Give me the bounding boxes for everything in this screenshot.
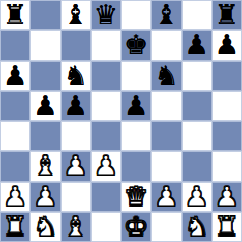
square-c8[interactable]: ♝ bbox=[61, 0, 91, 30]
piece-white-pawn: ♟ bbox=[94, 151, 118, 181]
square-d4[interactable] bbox=[91, 121, 121, 151]
square-e3[interactable] bbox=[121, 151, 151, 181]
piece-white-knight: ♞ bbox=[185, 212, 209, 242]
square-e8[interactable] bbox=[121, 0, 151, 30]
square-g3[interactable] bbox=[182, 151, 212, 181]
piece-black-bishop: ♝ bbox=[64, 0, 88, 30]
square-d8[interactable]: ♛ bbox=[91, 0, 121, 30]
piece-white-pawn: ♟ bbox=[154, 182, 178, 212]
square-g1[interactable]: ♞ bbox=[182, 212, 212, 242]
square-e5[interactable]: ♟ bbox=[121, 91, 151, 121]
square-f6[interactable]: ♞ bbox=[151, 61, 181, 91]
square-f8[interactable]: ♝ bbox=[151, 0, 181, 30]
piece-white-rook: ♜ bbox=[3, 212, 27, 242]
square-e2[interactable]: ♛ bbox=[121, 182, 151, 212]
piece-black-pawn: ♟ bbox=[124, 91, 148, 121]
piece-black-pawn: ♟ bbox=[3, 61, 27, 91]
square-a4[interactable] bbox=[0, 121, 30, 151]
square-h8[interactable]: ♜ bbox=[212, 0, 242, 30]
square-a1[interactable]: ♜ bbox=[0, 212, 30, 242]
square-f3[interactable] bbox=[151, 151, 181, 181]
square-h2[interactable]: ♟ bbox=[212, 182, 242, 212]
square-h3[interactable] bbox=[212, 151, 242, 181]
piece-white-queen: ♛ bbox=[124, 182, 148, 212]
piece-white-pawn: ♟ bbox=[3, 182, 27, 212]
square-a3[interactable] bbox=[0, 151, 30, 181]
square-c2[interactable] bbox=[61, 182, 91, 212]
piece-white-pawn: ♟ bbox=[33, 182, 57, 212]
square-d2[interactable] bbox=[91, 182, 121, 212]
square-c5[interactable]: ♟ bbox=[61, 91, 91, 121]
square-f2[interactable]: ♟ bbox=[151, 182, 181, 212]
square-h6[interactable] bbox=[212, 61, 242, 91]
square-b4[interactable] bbox=[30, 121, 60, 151]
square-c7[interactable] bbox=[61, 30, 91, 60]
piece-black-bishop: ♝ bbox=[154, 0, 178, 30]
square-c6[interactable]: ♞ bbox=[61, 61, 91, 91]
square-d5[interactable] bbox=[91, 91, 121, 121]
piece-white-pawn: ♟ bbox=[185, 182, 209, 212]
square-a6[interactable]: ♟ bbox=[0, 61, 30, 91]
square-b6[interactable] bbox=[30, 61, 60, 91]
square-e7[interactable]: ♚ bbox=[121, 30, 151, 60]
square-h5[interactable] bbox=[212, 91, 242, 121]
piece-black-rook: ♜ bbox=[215, 0, 239, 30]
piece-white-pawn: ♟ bbox=[215, 182, 239, 212]
piece-white-rook: ♜ bbox=[215, 212, 239, 242]
piece-white-pawn: ♟ bbox=[64, 151, 88, 181]
piece-black-pawn: ♟ bbox=[33, 91, 57, 121]
square-g8[interactable] bbox=[182, 0, 212, 30]
square-b3[interactable]: ♝ bbox=[30, 151, 60, 181]
square-a2[interactable]: ♟ bbox=[0, 182, 30, 212]
square-e6[interactable] bbox=[121, 61, 151, 91]
square-d6[interactable] bbox=[91, 61, 121, 91]
piece-black-king: ♚ bbox=[124, 30, 148, 60]
piece-white-knight: ♞ bbox=[33, 212, 57, 242]
square-a7[interactable] bbox=[0, 30, 30, 60]
square-h7[interactable]: ♟ bbox=[212, 30, 242, 60]
square-g4[interactable] bbox=[182, 121, 212, 151]
square-h1[interactable]: ♜ bbox=[212, 212, 242, 242]
piece-white-bishop: ♝ bbox=[64, 212, 88, 242]
square-b5[interactable]: ♟ bbox=[30, 91, 60, 121]
square-c3[interactable]: ♟ bbox=[61, 151, 91, 181]
square-g5[interactable] bbox=[182, 91, 212, 121]
square-d7[interactable] bbox=[91, 30, 121, 60]
square-f5[interactable] bbox=[151, 91, 181, 121]
square-d3[interactable]: ♟ bbox=[91, 151, 121, 181]
piece-black-pawn: ♟ bbox=[215, 30, 239, 60]
square-a5[interactable] bbox=[0, 91, 30, 121]
square-e1[interactable]: ♚ bbox=[121, 212, 151, 242]
square-c4[interactable] bbox=[61, 121, 91, 151]
square-g2[interactable]: ♟ bbox=[182, 182, 212, 212]
square-b2[interactable]: ♟ bbox=[30, 182, 60, 212]
square-c1[interactable]: ♝ bbox=[61, 212, 91, 242]
piece-white-king: ♚ bbox=[124, 212, 148, 242]
piece-black-pawn: ♟ bbox=[64, 91, 88, 121]
piece-black-knight: ♞ bbox=[64, 61, 88, 91]
square-f1[interactable] bbox=[151, 212, 181, 242]
square-b1[interactable]: ♞ bbox=[30, 212, 60, 242]
piece-black-queen: ♛ bbox=[94, 0, 118, 30]
square-h4[interactable] bbox=[212, 121, 242, 151]
square-g6[interactable] bbox=[182, 61, 212, 91]
square-a8[interactable]: ♜ bbox=[0, 0, 30, 30]
square-b8[interactable] bbox=[30, 0, 60, 30]
square-d1[interactable] bbox=[91, 212, 121, 242]
square-g7[interactable]: ♟ bbox=[182, 30, 212, 60]
piece-white-bishop: ♝ bbox=[33, 151, 57, 181]
square-f7[interactable] bbox=[151, 30, 181, 60]
square-f4[interactable] bbox=[151, 121, 181, 151]
piece-black-knight: ♞ bbox=[154, 61, 178, 91]
square-b7[interactable] bbox=[30, 30, 60, 60]
chess-board: ♜♝♛♝♜♚♟♟♟♞♞♟♟♟♝♟♟♟♟♛♟♟♟♜♞♝♚♞♜ bbox=[0, 0, 242, 242]
piece-black-rook: ♜ bbox=[3, 0, 27, 30]
piece-black-pawn: ♟ bbox=[185, 30, 209, 60]
square-e4[interactable] bbox=[121, 121, 151, 151]
